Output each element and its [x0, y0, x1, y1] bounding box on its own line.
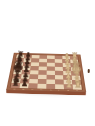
square: ♞	[72, 80, 81, 85]
chess-board: ♜♟♟♜♞♟♟♞♝♟♟♝♛♟♟♛♚♟♟♚♝♟♟♝♞♟♟♞♜♟♟♜	[11, 55, 82, 90]
black-rook: ♜	[17, 50, 24, 58]
board-tilt: ♜♟♟♜♞♟♟♞♝♟♟♝♛♟♟♛♚♟♟♚♝♟♟♝♞♟♟♞♜♟♟♜ ABCDEFG…	[6, 53, 86, 92]
clasp-detail	[88, 69, 90, 73]
board-frame: ♜♟♟♜♞♟♟♞♝♟♟♝♛♟♟♛♚♟♟♚♝♟♟♝♞♟♟♞♜♟♟♜ ABCDEFG…	[6, 53, 86, 92]
coordinate-label: F	[59, 89, 61, 90]
chess-set-scene: ♜♟♟♜♞♟♟♞♝♟♟♝♛♟♟♛♚♟♟♚♝♟♟♝♞♟♟♞♜♟♟♜ ABCDEFG…	[5, 25, 90, 95]
product-photo: ♜♟♟♜♞♟♟♞♝♟♟♝♛♟♟♛♚♟♟♚♝♟♟♝♞♟♟♞♜♟♟♜ ABCDEFG…	[0, 0, 95, 126]
coordinate-label: H	[76, 90, 78, 91]
coordinate-label: G	[67, 90, 69, 91]
coordinate-label: E	[50, 89, 52, 90]
white-rook: ♜	[71, 52, 78, 60]
